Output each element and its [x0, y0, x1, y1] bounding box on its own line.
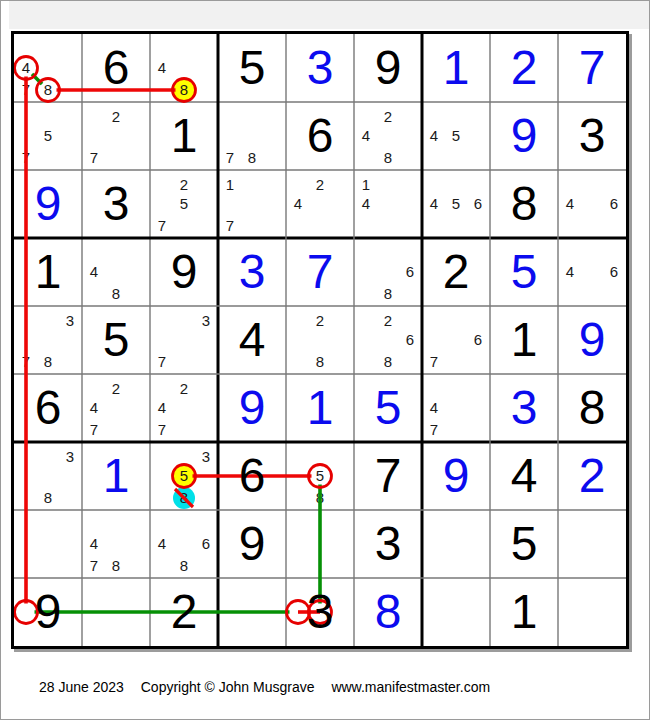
- solved-digit: 9: [422, 442, 490, 510]
- cell-r8c4[interactable]: 9: [218, 510, 286, 578]
- cell-r5c2[interactable]: 5: [82, 306, 150, 374]
- solved-digit: 6: [82, 34, 150, 102]
- solved-digit: 5: [82, 306, 150, 374]
- cell-r8c3[interactable]: 468: [150, 510, 218, 578]
- solved-digit: 9: [558, 306, 626, 374]
- candidate-digit: 4: [151, 397, 173, 419]
- cell-r5c1[interactable]: 378: [14, 306, 82, 374]
- solved-digit: 2: [558, 442, 626, 510]
- cell-r9c7[interactable]: [422, 578, 490, 646]
- candidate-digit: 7: [151, 351, 173, 373]
- solved-digit: 9: [354, 34, 422, 102]
- cell-r4c7[interactable]: 2: [422, 238, 490, 306]
- cell-r4c4[interactable]: 3: [218, 238, 286, 306]
- candidate-digit: 8: [377, 147, 399, 169]
- candidate-digit: 8: [173, 555, 195, 577]
- candidate-digit: 4: [355, 193, 377, 215]
- cell-r1c7[interactable]: 1: [422, 34, 490, 102]
- cell-r6c8[interactable]: 3: [490, 374, 558, 442]
- cell-r8c7[interactable]: [422, 510, 490, 578]
- candidate-digit: 4: [15, 57, 37, 79]
- candidate-digit: 6: [399, 329, 421, 351]
- cell-grid: 4786485391275727178624845939325717241445…: [14, 34, 626, 646]
- cell-r4c3[interactable]: 9: [150, 238, 218, 306]
- candidate-digit: 2: [309, 310, 331, 332]
- cell-r9c1[interactable]: 9: [14, 578, 82, 646]
- cell-r3c9[interactable]: 46: [558, 170, 626, 238]
- solved-digit: 5: [354, 374, 422, 442]
- solved-digit: 1: [422, 34, 490, 102]
- footer: 28 June 2023 Copyright © John Musgrave w…: [39, 679, 503, 695]
- candidate-digit: 2: [377, 310, 399, 332]
- candidate-digit: 4: [423, 125, 445, 147]
- cell-r1c2[interactable]: 6: [82, 34, 150, 102]
- cell-r5c3[interactable]: 37: [150, 306, 218, 374]
- cell-r3c1[interactable]: 9: [14, 170, 82, 238]
- cell-r6c3[interactable]: 247: [150, 374, 218, 442]
- solved-digit: 1: [150, 102, 218, 170]
- cell-r8c5[interactable]: [286, 510, 354, 578]
- candidate-digit: 4: [355, 125, 377, 147]
- solved-digit: 2: [490, 34, 558, 102]
- cell-r9c5[interactable]: 3: [286, 578, 354, 646]
- cell-r1c8[interactable]: 2: [490, 34, 558, 102]
- candidate-digit: 3: [195, 446, 217, 468]
- candidate-digit: 4: [151, 533, 173, 555]
- candidate-digit: 3: [59, 446, 81, 468]
- candidate-digit: 4: [83, 533, 105, 555]
- cell-r9c3[interactable]: 2: [150, 578, 218, 646]
- solved-digit: 6: [218, 442, 286, 510]
- cell-r5c9[interactable]: 9: [558, 306, 626, 374]
- candidate-digit: 2: [105, 106, 127, 128]
- cell-r8c6[interactable]: 3: [354, 510, 422, 578]
- cell-r1c4[interactable]: 5: [218, 34, 286, 102]
- cell-r1c6[interactable]: 9: [354, 34, 422, 102]
- solved-digit: 3: [490, 374, 558, 442]
- cell-r9c9[interactable]: [558, 578, 626, 646]
- candidate-digit: 2: [173, 378, 195, 400]
- candidate-digit: 5: [173, 465, 195, 487]
- cell-r5c7[interactable]: 67: [422, 306, 490, 374]
- candidate-digit: 4: [559, 193, 581, 215]
- solved-digit: 4: [490, 442, 558, 510]
- solved-digit: 3: [82, 170, 150, 238]
- candidate-digit: 8: [377, 351, 399, 373]
- candidate-digit: 8: [241, 147, 263, 169]
- cell-r5c6[interactable]: 268: [354, 306, 422, 374]
- candidate-digit: 8: [173, 487, 195, 509]
- candidate-digit: 3: [59, 310, 81, 332]
- cell-r5c4[interactable]: 4: [218, 306, 286, 374]
- cell-r9c6[interactable]: 8: [354, 578, 422, 646]
- cell-r6c4[interactable]: 9: [218, 374, 286, 442]
- cell-r4c5[interactable]: 7: [286, 238, 354, 306]
- cell-r2c5[interactable]: 6: [286, 102, 354, 170]
- cell-r4c2[interactable]: 48: [82, 238, 150, 306]
- candidate-digit: 5: [445, 193, 467, 215]
- solved-digit: 9: [490, 102, 558, 170]
- candidate-digit: 5: [309, 465, 331, 487]
- cell-r2c3[interactable]: 1: [150, 102, 218, 170]
- candidate-digit: 4: [83, 261, 105, 283]
- cell-r3c2[interactable]: 3: [82, 170, 150, 238]
- candidate-digit: 5: [37, 125, 59, 147]
- cell-r3c8[interactable]: 8: [490, 170, 558, 238]
- candidate-digit: 2: [377, 106, 399, 128]
- cell-r6c9[interactable]: 8: [558, 374, 626, 442]
- cell-r7c5[interactable]: 58: [286, 442, 354, 510]
- cell-r7c3[interactable]: 358: [150, 442, 218, 510]
- cell-r2c4[interactable]: 78: [218, 102, 286, 170]
- solved-digit: 3: [218, 238, 286, 306]
- candidate-digit: 7: [219, 147, 241, 169]
- cell-r6c6[interactable]: 5: [354, 374, 422, 442]
- cell-r9c8[interactable]: 1: [490, 578, 558, 646]
- candidate-digit: 8: [309, 487, 331, 509]
- cell-r9c4[interactable]: [218, 578, 286, 646]
- solved-digit: 1: [490, 306, 558, 374]
- candidate-digit: 8: [377, 283, 399, 305]
- cell-r7c6[interactable]: 7: [354, 442, 422, 510]
- candidate-digit: 8: [105, 555, 127, 577]
- cell-r4c8[interactable]: 5: [490, 238, 558, 306]
- candidate-digit: 5: [173, 193, 195, 215]
- solved-digit: 2: [422, 238, 490, 306]
- cell-r7c8[interactable]: 4: [490, 442, 558, 510]
- candidate-digit: 6: [603, 261, 625, 283]
- candidate-digit: 4: [287, 193, 309, 215]
- footer-copyright: Copyright © John Musgrave: [141, 679, 315, 695]
- cell-r6c1[interactable]: 6: [14, 374, 82, 442]
- solved-digit: 7: [558, 34, 626, 102]
- solved-digit: 9: [218, 374, 286, 442]
- solved-digit: 8: [490, 170, 558, 238]
- candidate-digit: 7: [423, 351, 445, 373]
- cell-r4c1[interactable]: 1: [14, 238, 82, 306]
- solved-digit: 7: [286, 238, 354, 306]
- cell-r4c6[interactable]: 68: [354, 238, 422, 306]
- solved-digit: 5: [490, 510, 558, 578]
- cell-r7c7[interactable]: 9: [422, 442, 490, 510]
- candidate-digit: 6: [195, 533, 217, 555]
- cell-r3c4[interactable]: 17: [218, 170, 286, 238]
- solved-digit: 5: [218, 34, 286, 102]
- candidate-digit: 5: [445, 125, 467, 147]
- cell-r3c7[interactable]: 456: [422, 170, 490, 238]
- solved-digit: 6: [286, 102, 354, 170]
- candidate-digit: 7: [15, 147, 37, 169]
- candidate-digit: 7: [83, 419, 105, 441]
- cell-r4c9[interactable]: 46: [558, 238, 626, 306]
- candidate-digit: 8: [105, 283, 127, 305]
- solved-digit: 3: [286, 34, 354, 102]
- candidate-digit: 7: [83, 555, 105, 577]
- cell-r7c1[interactable]: 38: [14, 442, 82, 510]
- solved-digit: 2: [150, 578, 218, 646]
- candidate-digit: 6: [467, 329, 489, 351]
- cell-r9c2[interactable]: [82, 578, 150, 646]
- solved-digit: 3: [286, 578, 354, 646]
- candidate-digit: 4: [83, 397, 105, 419]
- candidate-digit: 4: [423, 397, 445, 419]
- candidate-digit: 7: [219, 215, 241, 237]
- cell-r2c8[interactable]: 9: [490, 102, 558, 170]
- cell-r1c5[interactable]: 3: [286, 34, 354, 102]
- footer-url[interactable]: www.manifestmaster.com: [331, 679, 490, 695]
- candidate-digit: 7: [151, 419, 173, 441]
- candidate-digit: 4: [423, 193, 445, 215]
- cell-r7c4[interactable]: 6: [218, 442, 286, 510]
- candidate-digit: 2: [105, 378, 127, 400]
- candidate-digit: 7: [15, 351, 37, 373]
- cell-r6c7[interactable]: 47: [422, 374, 490, 442]
- page: { "game": "sudoku", "position": ".6.5391…: [0, 0, 650, 720]
- solved-digit: 5: [490, 238, 558, 306]
- solved-digit: [558, 578, 626, 646]
- solved-digit: 9: [14, 170, 82, 238]
- cell-r2c1[interactable]: 57: [14, 102, 82, 170]
- candidate-digit: 1: [219, 174, 241, 196]
- cell-r3c6[interactable]: 14: [354, 170, 422, 238]
- footer-date: 28 June 2023: [39, 679, 124, 695]
- solved-digit: 8: [354, 578, 422, 646]
- cell-r8c2[interactable]: 478: [82, 510, 150, 578]
- cell-r7c2[interactable]: 1: [82, 442, 150, 510]
- sudoku-board: 4786485391275727178624845939325717241445…: [11, 31, 629, 649]
- cell-r1c1[interactable]: 478: [14, 34, 82, 102]
- solved-digit: 1: [490, 578, 558, 646]
- cell-r1c3[interactable]: 48: [150, 34, 218, 102]
- cell-r5c8[interactable]: 1: [490, 306, 558, 374]
- candidate-digit: 6: [467, 193, 489, 215]
- solved-digit: 1: [286, 374, 354, 442]
- solved-digit: 1: [14, 238, 82, 306]
- cell-r2c2[interactable]: 27: [82, 102, 150, 170]
- solved-digit: 9: [150, 238, 218, 306]
- candidate-digit: 8: [37, 351, 59, 373]
- solved-digit: 4: [218, 306, 286, 374]
- solved-digit: 6: [14, 374, 82, 442]
- candidate-digit: 8: [173, 79, 195, 101]
- cell-r1c9[interactable]: 7: [558, 34, 626, 102]
- cell-r7c9[interactable]: 2: [558, 442, 626, 510]
- solved-digit: 1: [82, 442, 150, 510]
- cell-r8c1[interactable]: [14, 510, 82, 578]
- candidate-digit: 3: [195, 310, 217, 332]
- candidate-digit: 6: [603, 193, 625, 215]
- candidate-digit: 8: [309, 351, 331, 373]
- solved-digit: 9: [14, 578, 82, 646]
- top-band: [9, 1, 649, 29]
- solved-digit: 7: [354, 442, 422, 510]
- candidate-digit: 7: [151, 215, 173, 237]
- candidate-digit: 2: [309, 174, 331, 196]
- candidate-digit: 7: [83, 147, 105, 169]
- cell-r6c2[interactable]: 247: [82, 374, 150, 442]
- cell-r8c8[interactable]: 5: [490, 510, 558, 578]
- cell-r6c5[interactable]: 1: [286, 374, 354, 442]
- cell-r5c5[interactable]: 28: [286, 306, 354, 374]
- cell-r8c9[interactable]: [558, 510, 626, 578]
- solved-digit: 3: [354, 510, 422, 578]
- candidate-digit: 7: [423, 419, 445, 441]
- candidate-digit: 4: [559, 261, 581, 283]
- candidate-digit: 8: [37, 79, 59, 101]
- cell-r2c7[interactable]: 45: [422, 102, 490, 170]
- cell-r3c3[interactable]: 257: [150, 170, 218, 238]
- cell-r2c9[interactable]: 3: [558, 102, 626, 170]
- cell-r2c6[interactable]: 248: [354, 102, 422, 170]
- cell-r3c5[interactable]: 24: [286, 170, 354, 238]
- candidate-digit: 8: [37, 487, 59, 509]
- solved-digit: 3: [558, 102, 626, 170]
- solved-digit: 9: [218, 510, 286, 578]
- candidate-digit: 7: [15, 79, 37, 101]
- candidate-digit: 4: [151, 57, 173, 79]
- solved-digit: 8: [558, 374, 626, 442]
- candidate-digit: 6: [399, 261, 421, 283]
